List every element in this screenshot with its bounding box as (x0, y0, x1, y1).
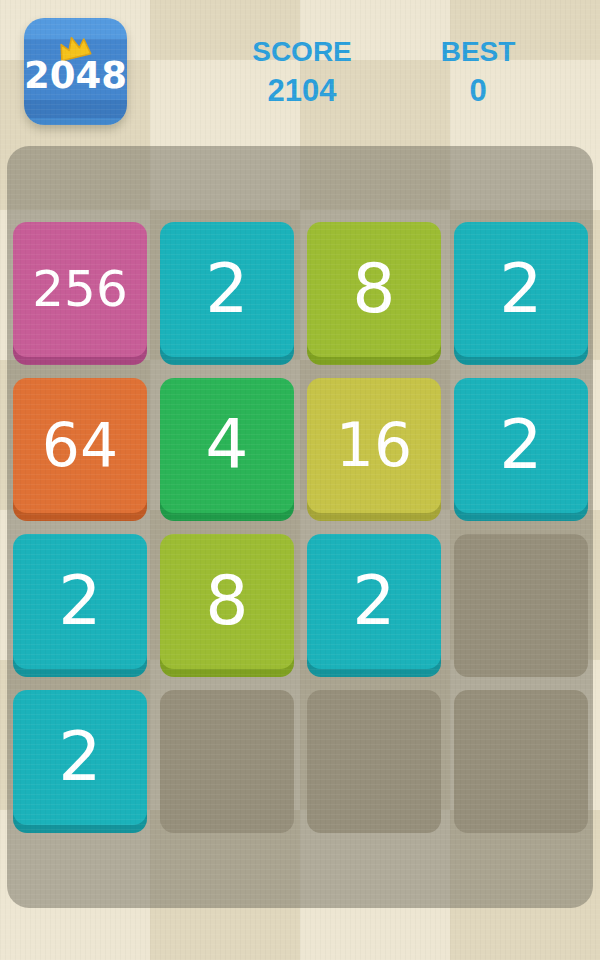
tile-grid: 2562826441622822 (13, 222, 588, 833)
best-box: BEST 0 (413, 36, 543, 108)
tile-8-r3c2: 8 (160, 534, 294, 669)
score-value: 2104 (227, 74, 377, 108)
tile-2-r3c1: 2 (13, 534, 147, 669)
score-box: SCORE 2104 (227, 36, 377, 108)
empty-cell-r4c3 (307, 690, 441, 833)
tile-2-r3c3: 2 (307, 534, 441, 669)
logo-title: 2048 (24, 54, 127, 97)
tile-2-r1c2: 2 (160, 222, 294, 357)
tile-2-r2c4: 2 (454, 378, 588, 513)
tile-2-r1c4: 2 (454, 222, 588, 357)
best-value: 0 (413, 74, 543, 108)
tile-16-r2c3: 16 (307, 378, 441, 513)
tile-4-r2c2: 4 (160, 378, 294, 513)
app-screen: 2048 SCORE 2104 BEST 0 2562826441622822 (0, 0, 600, 960)
empty-cell-r3c4 (454, 534, 588, 677)
tile-64-r2c1: 64 (13, 378, 147, 513)
game-board[interactable]: 2562826441622822 (7, 146, 593, 908)
score-label: SCORE (227, 36, 377, 68)
app-logo: 2048 (24, 18, 127, 125)
tile-256-r1c1: 256 (13, 222, 147, 357)
tile-2-r4c1: 2 (13, 690, 147, 825)
tile-8-r1c3: 8 (307, 222, 441, 357)
empty-cell-r4c2 (160, 690, 294, 833)
empty-cell-r4c4 (454, 690, 588, 833)
best-label: BEST (413, 36, 543, 68)
